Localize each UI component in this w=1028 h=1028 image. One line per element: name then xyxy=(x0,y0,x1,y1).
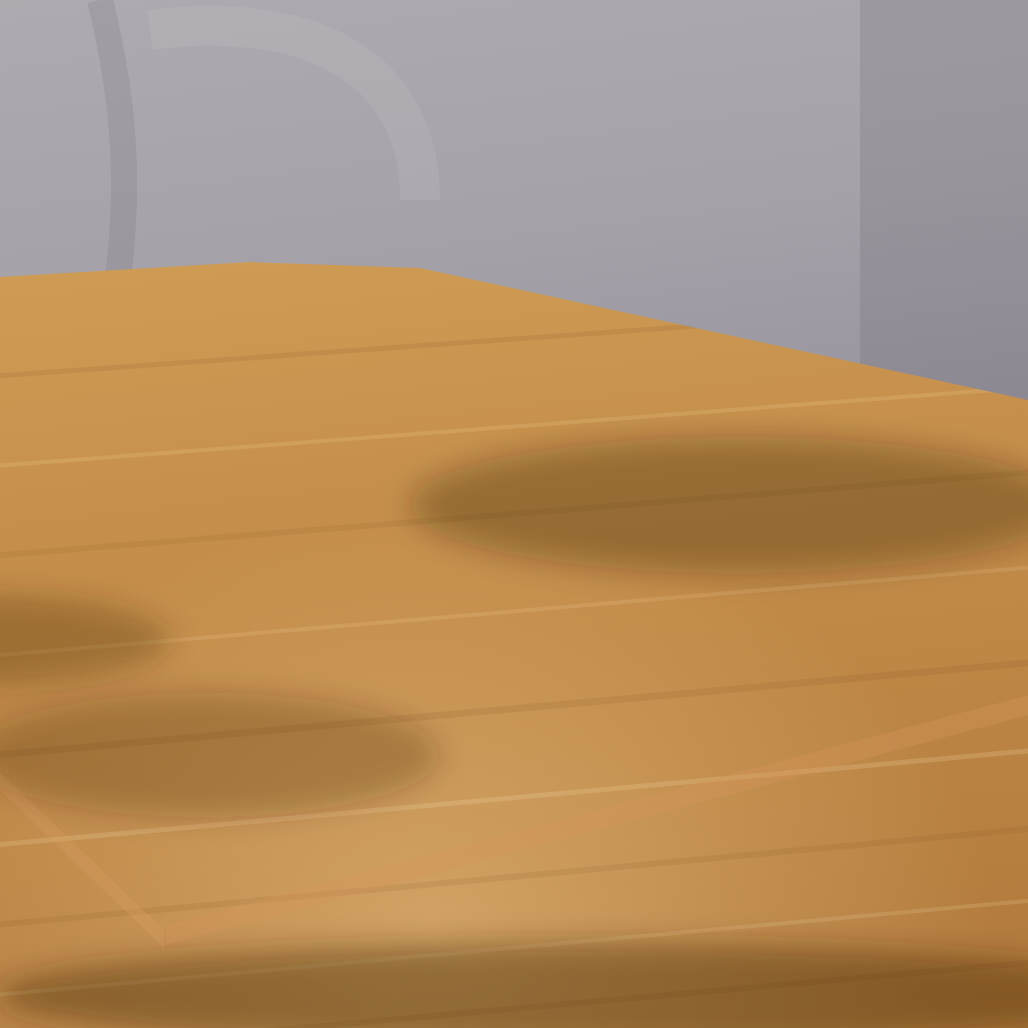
pieces-layer xyxy=(0,0,1028,1028)
photo-scene xyxy=(0,0,1028,1028)
